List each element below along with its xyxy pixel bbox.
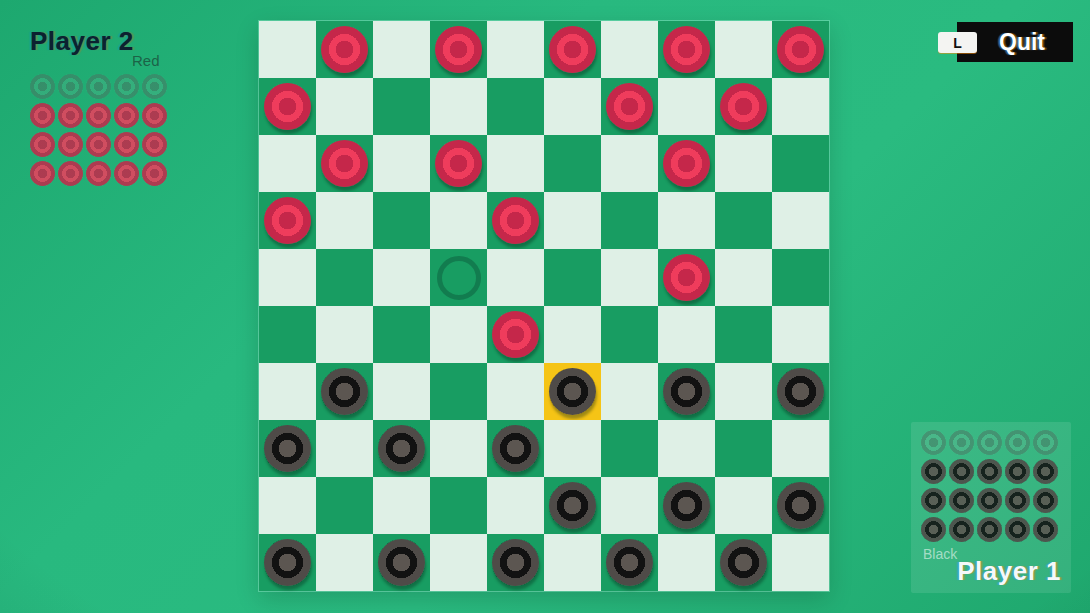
board-cell-r7c5: [487, 363, 544, 420]
board-cell-r6c7[interactable]: [601, 306, 658, 363]
board-cell-r2c5[interactable]: [487, 78, 544, 135]
player1-reserve-piece: [1005, 517, 1030, 542]
board-cell-r5c2[interactable]: [316, 249, 373, 306]
player2-name: Player 2: [30, 26, 134, 57]
black-piece[interactable]: [720, 539, 767, 586]
board-cell-r8c7[interactable]: [601, 420, 658, 477]
player2-reserve-piece: [30, 103, 55, 128]
board-cell-r3c8[interactable]: [658, 135, 715, 192]
board-cell-r10c9[interactable]: [715, 534, 772, 591]
player2-reserve-piece: [58, 161, 83, 186]
board-cell-r7c8[interactable]: [658, 363, 715, 420]
board-cell-r3c2[interactable]: [316, 135, 373, 192]
board-cell-r6c5[interactable]: [487, 306, 544, 363]
player2-reserve-piece: [114, 103, 139, 128]
player2-captured-slot: [114, 74, 139, 99]
board-cell-r2c3[interactable]: [373, 78, 430, 135]
board-cell-r3c10[interactable]: [772, 135, 829, 192]
red-piece[interactable]: [606, 83, 653, 130]
player2-reserve-piece: [30, 132, 55, 157]
board-cell-r10c2: [316, 534, 373, 591]
player2-reserve-piece: [142, 161, 167, 186]
board-cell-r1c5: [487, 21, 544, 78]
board-cell-r1c3: [373, 21, 430, 78]
board-cell-r7c6[interactable]: [544, 363, 601, 420]
board-cell-r2c10: [772, 78, 829, 135]
black-piece[interactable]: [549, 368, 596, 415]
board-cell-r8c6: [544, 420, 601, 477]
player2-reserve-piece: [58, 103, 83, 128]
board-cell-r6c6: [544, 306, 601, 363]
quit-button-label: Quit: [985, 29, 1045, 56]
black-piece[interactable]: [264, 425, 311, 472]
player2-reserve-piece: [142, 103, 167, 128]
player1-captured-slot: [921, 430, 946, 455]
board-cell-r10c4: [430, 534, 487, 591]
board-cell-r5c9: [715, 249, 772, 306]
player2-captured-slot: [86, 74, 111, 99]
red-piece[interactable]: [264, 197, 311, 244]
board-cell-r7c7: [601, 363, 658, 420]
board-cell-r3c9: [715, 135, 772, 192]
board-cell-r7c10[interactable]: [772, 363, 829, 420]
board-cell-r9c4[interactable]: [430, 477, 487, 534]
black-piece[interactable]: [321, 368, 368, 415]
board-cell-r7c3: [373, 363, 430, 420]
black-piece[interactable]: [777, 368, 824, 415]
board-cell-r4c8: [658, 192, 715, 249]
board-cell-r3c3: [373, 135, 430, 192]
black-piece[interactable]: [264, 539, 311, 586]
board-cell-r5c6[interactable]: [544, 249, 601, 306]
black-piece[interactable]: [378, 425, 425, 472]
red-piece[interactable]: [777, 26, 824, 73]
black-piece[interactable]: [549, 482, 596, 529]
board-cell-r3c7: [601, 135, 658, 192]
player1-reserve-piece: [1005, 459, 1030, 484]
board-cell-r6c2: [316, 306, 373, 363]
player2-reserve-piece: [30, 161, 55, 186]
player2-captured-slot: [142, 74, 167, 99]
board-cell-r3c6[interactable]: [544, 135, 601, 192]
player1-reserve-piece: [949, 488, 974, 513]
player2-reserve-piece: [114, 132, 139, 157]
board-cell-r8c9[interactable]: [715, 420, 772, 477]
board-cell-r6c9[interactable]: [715, 306, 772, 363]
red-piece[interactable]: [321, 140, 368, 187]
black-piece[interactable]: [378, 539, 425, 586]
board-cell-r6c10: [772, 306, 829, 363]
board-cell-r10c1[interactable]: [259, 534, 316, 591]
board-cell-r10c6: [544, 534, 601, 591]
black-piece[interactable]: [777, 482, 824, 529]
board-cell-r1c4[interactable]: [430, 21, 487, 78]
board-cell-r4c5[interactable]: [487, 192, 544, 249]
player2-reserve-piece: [142, 132, 167, 157]
player2-reserve-piece: [86, 132, 111, 157]
board-cell-r9c7: [601, 477, 658, 534]
player2-captured-slot: [30, 74, 55, 99]
board-cell-r2c7[interactable]: [601, 78, 658, 135]
board-cell-r8c5[interactable]: [487, 420, 544, 477]
red-piece[interactable]: [549, 26, 596, 73]
board-cell-r4c9[interactable]: [715, 192, 772, 249]
player2-piece-tray: [28, 72, 168, 188]
board-cell-r5c10[interactable]: [772, 249, 829, 306]
board-cell-r4c7[interactable]: [601, 192, 658, 249]
move-hint-ring[interactable]: [437, 256, 481, 300]
player1-reserve-piece: [921, 488, 946, 513]
player1-piece-tray: [919, 428, 1059, 544]
board-cell-r8c2: [316, 420, 373, 477]
board-cell-r2c8: [658, 78, 715, 135]
board-cell-r8c3[interactable]: [373, 420, 430, 477]
board-cell-r8c4: [430, 420, 487, 477]
board-cell-r8c8: [658, 420, 715, 477]
black-piece[interactable]: [606, 539, 653, 586]
board-cell-r5c3: [373, 249, 430, 306]
board-cell-r4c2: [316, 192, 373, 249]
board-cell-r6c1[interactable]: [259, 306, 316, 363]
board-cell-r2c2: [316, 78, 373, 135]
red-piece[interactable]: [663, 140, 710, 187]
board-cell-r7c4[interactable]: [430, 363, 487, 420]
player1-reserve-piece: [1033, 488, 1058, 513]
player2-color-label: Red: [132, 52, 160, 69]
red-piece[interactable]: [492, 311, 539, 358]
player1-reserve-piece: [921, 459, 946, 484]
board-cell-r8c1[interactable]: [259, 420, 316, 477]
player2-reserve-piece: [114, 161, 139, 186]
board-cell-r2c4: [430, 78, 487, 135]
board-cell-r6c3[interactable]: [373, 306, 430, 363]
black-piece[interactable]: [492, 425, 539, 472]
board-cell-r4c10: [772, 192, 829, 249]
board-cell-r5c8[interactable]: [658, 249, 715, 306]
board-cell-r10c7[interactable]: [601, 534, 658, 591]
red-piece[interactable]: [435, 140, 482, 187]
l-key-hint-badge: L: [938, 32, 977, 53]
player1-reserve-piece: [977, 459, 1002, 484]
player1-reserve-piece: [949, 459, 974, 484]
player1-color-label: Black: [923, 546, 957, 562]
red-piece[interactable]: [663, 26, 710, 73]
player2-reserve-piece: [86, 103, 111, 128]
player1-reserve-piece: [1005, 488, 1030, 513]
board-cell-r3c4[interactable]: [430, 135, 487, 192]
red-piece[interactable]: [264, 83, 311, 130]
board-cell-r5c7: [601, 249, 658, 306]
black-piece[interactable]: [663, 482, 710, 529]
board-cell-r4c4: [430, 192, 487, 249]
red-piece[interactable]: [321, 26, 368, 73]
board: [259, 21, 829, 591]
player2-reserve-piece: [58, 132, 83, 157]
board-cell-r8c10: [772, 420, 829, 477]
board-cell-r9c10[interactable]: [772, 477, 829, 534]
player1-reserve-piece: [921, 517, 946, 542]
player1-reserve-piece: [1033, 459, 1058, 484]
board-cell-r4c6: [544, 192, 601, 249]
player1-captured-slot: [949, 430, 974, 455]
board-cell-r9c2[interactable]: [316, 477, 373, 534]
black-piece[interactable]: [492, 539, 539, 586]
board-cell-r1c9: [715, 21, 772, 78]
board-cell-r4c3[interactable]: [373, 192, 430, 249]
board-cell-r1c2[interactable]: [316, 21, 373, 78]
player2-captured-slot: [58, 74, 83, 99]
board-cell-r9c9: [715, 477, 772, 534]
board-cell-r6c4: [430, 306, 487, 363]
board-cell-r7c9: [715, 363, 772, 420]
red-piece[interactable]: [720, 83, 767, 130]
game-screen: Player 2 Red Quit L Black Player 1: [0, 0, 1090, 613]
board-cell-r10c3[interactable]: [373, 534, 430, 591]
board-cell-r3c1: [259, 135, 316, 192]
board-cell-r9c6[interactable]: [544, 477, 601, 534]
player1-reserve-piece: [1033, 517, 1058, 542]
player1-reserve-piece: [949, 517, 974, 542]
board-cell-r5c5: [487, 249, 544, 306]
player2-reserve-piece: [86, 161, 111, 186]
player1-captured-slot: [1033, 430, 1058, 455]
board-cell-r9c1: [259, 477, 316, 534]
player1-panel: Black Player 1: [911, 422, 1071, 593]
board-cell-r7c2[interactable]: [316, 363, 373, 420]
player1-captured-slot: [977, 430, 1002, 455]
player1-captured-slot: [1005, 430, 1030, 455]
black-piece[interactable]: [663, 368, 710, 415]
board-cell-r10c5[interactable]: [487, 534, 544, 591]
board-cell-r9c8[interactable]: [658, 477, 715, 534]
player1-reserve-piece: [977, 488, 1002, 513]
board-cell-r4c1[interactable]: [259, 192, 316, 249]
board-cell-r1c10[interactable]: [772, 21, 829, 78]
player1-reserve-piece: [977, 517, 1002, 542]
board-cell-r2c6: [544, 78, 601, 135]
board-cell-r1c6[interactable]: [544, 21, 601, 78]
board-cell-r1c7: [601, 21, 658, 78]
board-cell-r5c1: [259, 249, 316, 306]
board-cell-r7c1: [259, 363, 316, 420]
board-cell-r1c1: [259, 21, 316, 78]
red-piece[interactable]: [435, 26, 482, 73]
board-cell-r2c1[interactable]: [259, 78, 316, 135]
board-cell-r3c5: [487, 135, 544, 192]
board-cell-r9c3: [373, 477, 430, 534]
red-piece[interactable]: [492, 197, 539, 244]
board-cell-r9c5: [487, 477, 544, 534]
board-cell-r6c8: [658, 306, 715, 363]
player1-name: Player 1: [957, 556, 1061, 587]
board-cell-r2c9[interactable]: [715, 78, 772, 135]
board-cell-r10c10: [772, 534, 829, 591]
board-cell-r5c4[interactable]: [430, 249, 487, 306]
board-cell-r10c8: [658, 534, 715, 591]
board-cell-r1c8[interactable]: [658, 21, 715, 78]
red-piece[interactable]: [663, 254, 710, 301]
